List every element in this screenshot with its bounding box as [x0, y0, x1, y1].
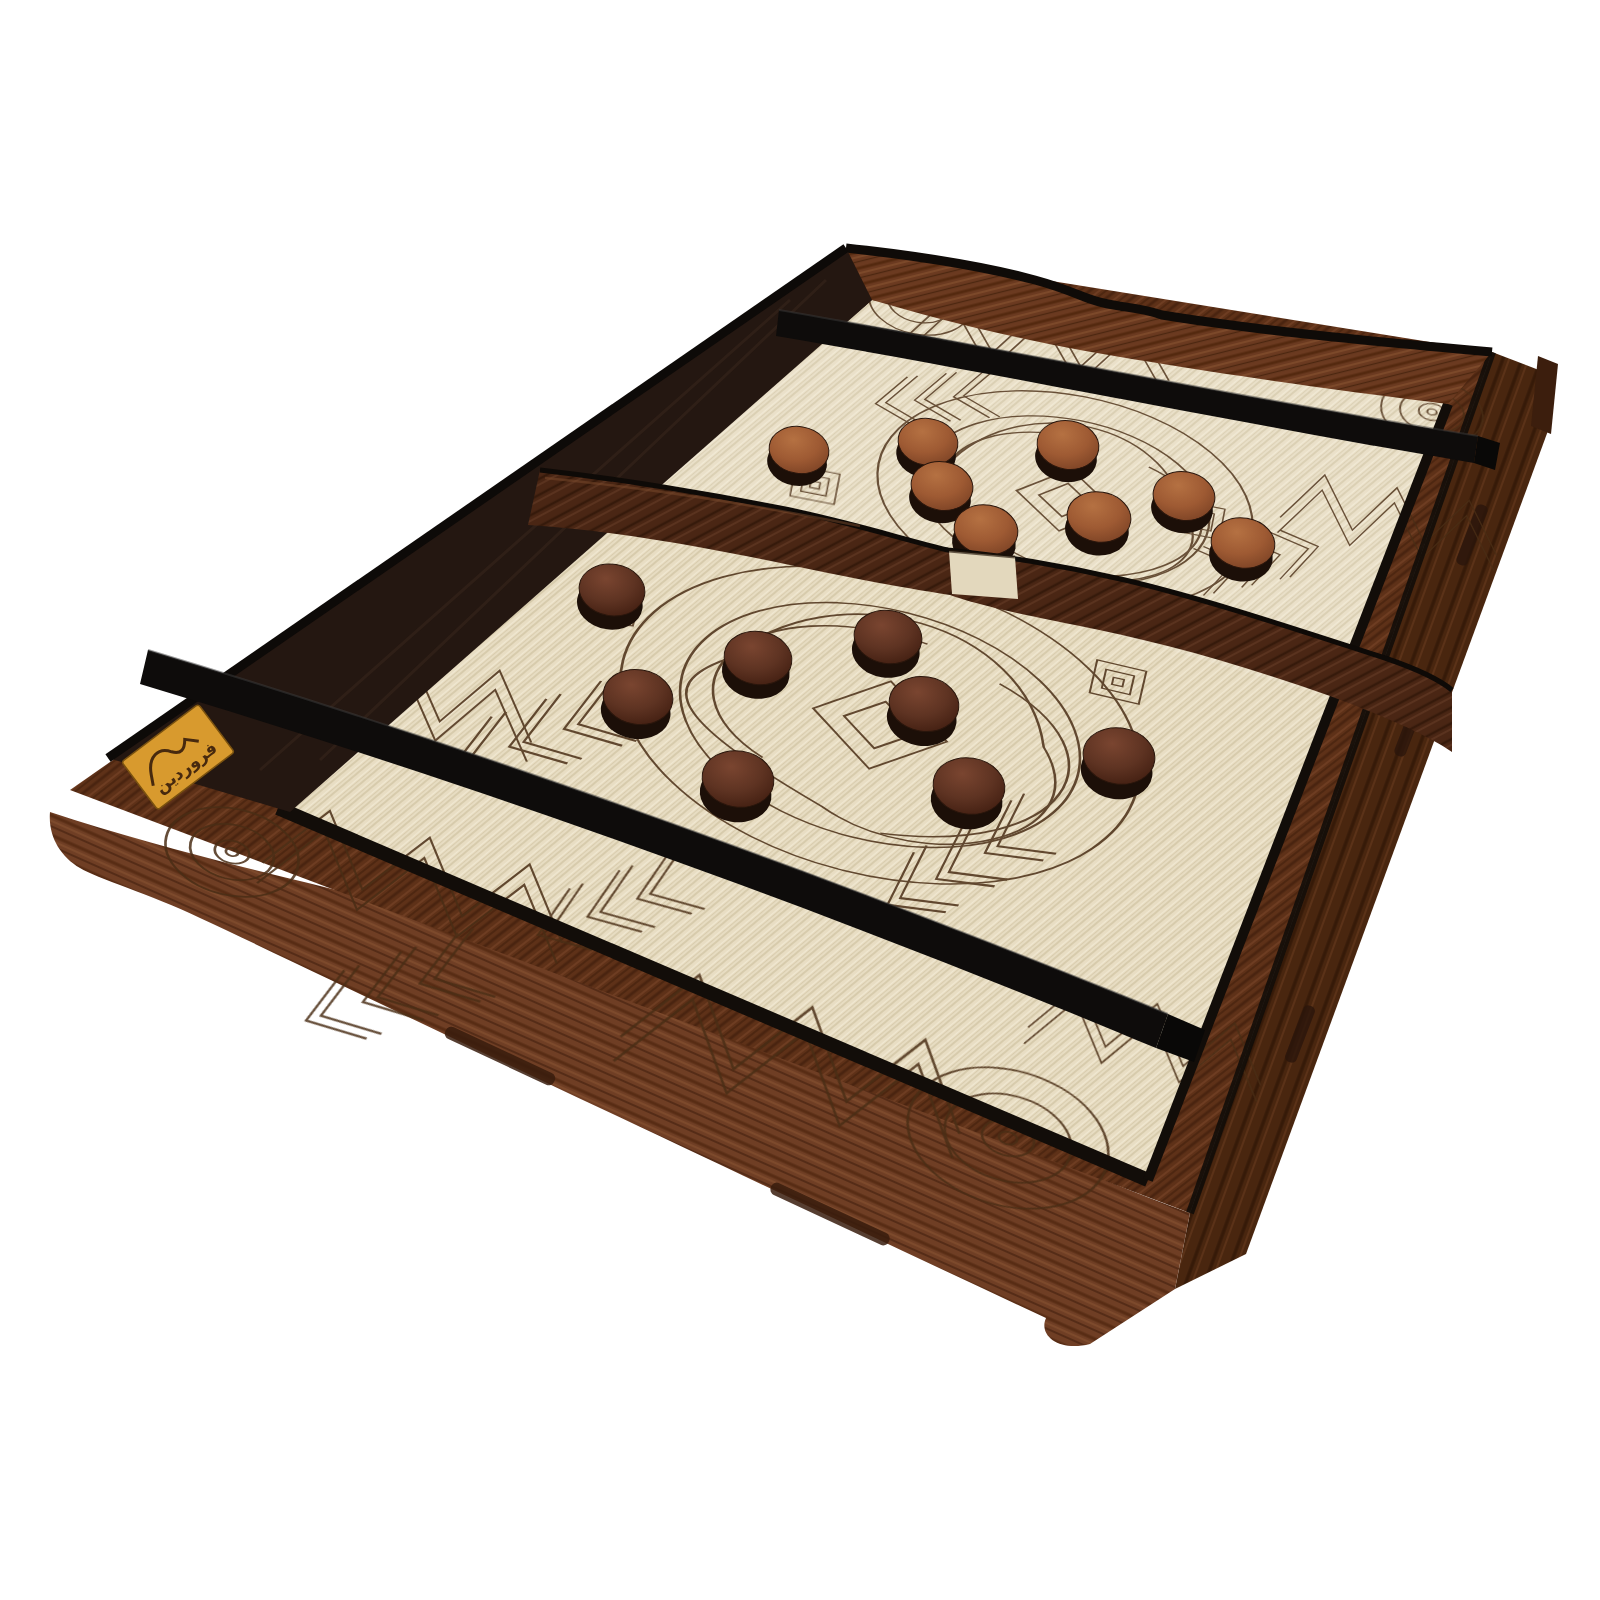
far-right-bracket: [1531, 356, 1558, 434]
sling-puck-board: فروردین: [0, 0, 1600, 1600]
divider-gate-opening: [949, 551, 1018, 599]
product-photo-scene: فروردین: [0, 0, 1600, 1600]
